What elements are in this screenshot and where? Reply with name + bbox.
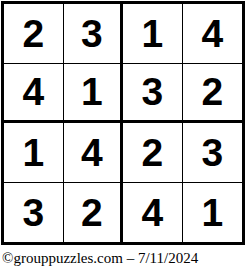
cell-r3c1: 1 [4, 123, 64, 183]
cell-r3c2: 4 [64, 123, 124, 183]
cell-r3c3: 2 [123, 123, 183, 183]
cell-r2c2: 1 [64, 64, 124, 124]
cell-r2c1: 4 [4, 64, 64, 124]
cell-r3c4: 3 [183, 123, 243, 183]
copyright-footer: ©grouppuzzles.com – 7/11/2024 [2, 249, 198, 267]
cell-r4c4: 1 [183, 183, 243, 243]
sudoku-board: 2314413214233241 [1, 1, 245, 245]
cell-r4c3: 4 [123, 183, 183, 243]
cell-r1c2: 3 [64, 4, 124, 64]
cell-r2c4: 2 [183, 64, 243, 124]
cell-r4c1: 3 [4, 183, 64, 243]
cell-r2c3: 3 [123, 64, 183, 124]
cell-r4c2: 2 [64, 183, 124, 243]
cell-r1c4: 4 [183, 4, 243, 64]
cell-r1c1: 2 [4, 4, 64, 64]
sudoku-page: 2314413214233241 ©grouppuzzles.com – 7/1… [0, 0, 247, 269]
cell-r1c3: 1 [123, 4, 183, 64]
